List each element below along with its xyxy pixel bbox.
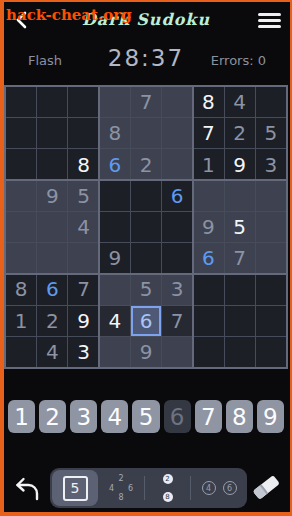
- cell-r7c4[interactable]: [100, 274, 130, 304]
- cell-digit: 7: [140, 92, 153, 112]
- numpad-key-7[interactable]: 7: [195, 400, 222, 433]
- cell-r9c8[interactable]: [225, 337, 255, 367]
- eraser-button[interactable]: [251, 475, 281, 503]
- cell-digit: 4: [77, 217, 90, 237]
- cell-r1c1[interactable]: [6, 87, 36, 117]
- cell-r4c2[interactable]: 9: [37, 181, 67, 211]
- cell-digit: 4: [46, 342, 59, 362]
- center-notes-icon: 2: [163, 474, 173, 484]
- undo-button[interactable]: [13, 474, 41, 508]
- cell-r8c4[interactable]: 4: [100, 306, 130, 336]
- cell-r8c8[interactable]: [225, 306, 255, 336]
- cell-r2c6[interactable]: [162, 118, 192, 148]
- cell-digit: 9: [108, 248, 121, 268]
- cell-r8c9[interactable]: [256, 306, 286, 336]
- cell-r1c7[interactable]: 8: [193, 87, 223, 117]
- cell-r9c1[interactable]: [6, 337, 36, 367]
- cell-digit: 7: [202, 123, 215, 143]
- cell-digit: 9: [202, 217, 215, 237]
- cell-r4c3[interactable]: 5: [68, 181, 98, 211]
- cell-r3c8[interactable]: 9: [225, 149, 255, 179]
- cell-digit: 9: [233, 155, 246, 175]
- cell-digit: 4: [108, 311, 121, 331]
- cell-r7c1[interactable]: 8: [6, 274, 36, 304]
- cell-digit: 5: [77, 186, 90, 206]
- cell-r5c9[interactable]: [256, 212, 286, 242]
- circled-digit-icon: 4: [202, 481, 216, 495]
- numpad-key-4[interactable]: 4: [101, 400, 128, 433]
- cell-r9c9[interactable]: [256, 337, 286, 367]
- cell-digit: 5: [233, 217, 246, 237]
- numpad-key-1[interactable]: 1: [8, 400, 35, 433]
- cell-r9c6[interactable]: [162, 337, 192, 367]
- cell-r5c1[interactable]: [6, 212, 36, 242]
- cell-r1c6[interactable]: [162, 87, 192, 117]
- cell-r3c6[interactable]: [162, 149, 192, 179]
- cell-r2c2[interactable]: [37, 118, 67, 148]
- cell-digit: 3: [171, 279, 184, 299]
- watermark-text: hack-cheat.org: [6, 6, 132, 24]
- cell-digit: 6: [202, 248, 215, 268]
- numpad-key-8[interactable]: 8: [226, 400, 253, 433]
- cell-r3c4[interactable]: 6: [100, 149, 130, 179]
- cell-r5c5[interactable]: [131, 212, 161, 242]
- cell-r1c4[interactable]: [100, 87, 130, 117]
- cell-r9c3[interactable]: 3: [68, 337, 98, 367]
- cell-r8c2[interactable]: 2: [37, 306, 67, 336]
- cell-r2c9[interactable]: 5: [256, 118, 286, 148]
- cell-digit: 9: [77, 311, 90, 331]
- cell-digit: 8: [202, 92, 215, 112]
- sudoku-board: 784872586219395649596786753129467439: [4, 85, 288, 369]
- cell-digit: 6: [46, 279, 59, 299]
- numpad-key-5[interactable]: 5: [132, 400, 159, 433]
- cell-r2c5[interactable]: [131, 118, 161, 148]
- cell-r4c6[interactable]: 6: [162, 181, 192, 211]
- cell-r9c7[interactable]: [193, 337, 223, 367]
- cell-r7c2[interactable]: 6: [37, 274, 67, 304]
- number-mode-button[interactable]: 5: [52, 470, 98, 506]
- cell-digit: 6: [140, 311, 153, 331]
- cell-r4c4[interactable]: [100, 181, 130, 211]
- cell-digit: 3: [265, 155, 278, 175]
- cell-r1c5[interactable]: 7: [131, 87, 161, 117]
- cell-digit: 6: [171, 186, 184, 206]
- number-mode-icon: 5: [63, 476, 88, 501]
- cell-r6c9[interactable]: [256, 243, 286, 273]
- cell-r2c4[interactable]: 8: [100, 118, 130, 148]
- cell-r6c1[interactable]: [6, 243, 36, 273]
- bottom-toolbar: 5 2 4 6 8 2 8 4 6: [0, 467, 292, 511]
- cell-r3c9[interactable]: 3: [256, 149, 286, 179]
- undo-arrow-icon: [13, 489, 41, 508]
- cell-r2c7[interactable]: 7: [193, 118, 223, 148]
- cell-r6c4[interactable]: 9: [100, 243, 130, 273]
- cell-r3c3[interactable]: 8: [68, 149, 98, 179]
- cell-r5c7[interactable]: 9: [193, 212, 223, 242]
- cell-r4c9[interactable]: [256, 181, 286, 211]
- cell-r9c2[interactable]: 4: [37, 337, 67, 367]
- hamburger-icon: [258, 13, 281, 16]
- number-pad: 123456789: [8, 400, 284, 433]
- cell-r4c7[interactable]: [193, 181, 223, 211]
- numpad-key-2[interactable]: 2: [39, 400, 66, 433]
- center-notes-button[interactable]: 2 8: [145, 470, 190, 506]
- cell-digit: 1: [15, 311, 28, 331]
- menu-button[interactable]: [258, 13, 281, 31]
- cell-r2c1[interactable]: [6, 118, 36, 148]
- cell-r1c8[interactable]: 4: [225, 87, 255, 117]
- cell-r5c4[interactable]: [100, 212, 130, 242]
- cell-digit: 5: [265, 123, 278, 143]
- eraser-icon: [251, 484, 281, 503]
- cell-digit: 1: [202, 155, 215, 175]
- circled-digits-button[interactable]: 4 6: [191, 481, 247, 495]
- cell-r6c6[interactable]: [162, 243, 192, 273]
- cell-digit: 8: [108, 123, 121, 143]
- cell-r6c5[interactable]: [131, 243, 161, 273]
- cell-r1c2[interactable]: [37, 87, 67, 117]
- cell-digit: 2: [140, 155, 153, 175]
- cell-r3c5[interactable]: 2: [131, 149, 161, 179]
- cell-r2c8[interactable]: 2: [225, 118, 255, 148]
- cell-r9c5[interactable]: 9: [131, 337, 161, 367]
- cell-digit: 4: [233, 92, 246, 112]
- cell-digit: 3: [77, 342, 90, 362]
- cell-r5c3[interactable]: 4: [68, 212, 98, 242]
- cell-r4c1[interactable]: [6, 181, 36, 211]
- cell-r3c7[interactable]: 1: [193, 149, 223, 179]
- cell-r5c8[interactable]: 5: [225, 212, 255, 242]
- cell-digit: 8: [15, 279, 28, 299]
- cell-digit: 9: [46, 186, 59, 206]
- corner-notes-button[interactable]: 2 4 6 8: [98, 470, 144, 506]
- cell-r1c3[interactable]: [68, 87, 98, 117]
- cell-digit: 5: [140, 279, 153, 299]
- cell-r2c3[interactable]: [68, 118, 98, 148]
- cell-r7c6[interactable]: 3: [162, 274, 192, 304]
- cell-r9c4[interactable]: [100, 337, 130, 367]
- cell-digit: 8: [77, 155, 90, 175]
- corner-notes-icon: 2: [98, 474, 144, 483]
- cell-r4c5[interactable]: [131, 181, 161, 211]
- cell-r7c7[interactable]: [193, 274, 223, 304]
- cell-r7c3[interactable]: 7: [68, 274, 98, 304]
- cell-r5c6[interactable]: [162, 212, 192, 242]
- cell-r6c7[interactable]: 6: [193, 243, 223, 273]
- cell-r8c1[interactable]: 1: [6, 306, 36, 336]
- cell-r8c6[interactable]: 7: [162, 306, 192, 336]
- errors-counter: Errors: 0: [211, 53, 266, 68]
- cell-r1c9[interactable]: [256, 87, 286, 117]
- numpad-key-6[interactable]: 6: [164, 400, 191, 433]
- numpad-key-9[interactable]: 9: [257, 400, 284, 433]
- cell-r5c2[interactable]: [37, 212, 67, 242]
- cell-digit: 7: [233, 248, 246, 268]
- cell-r6c8[interactable]: 7: [225, 243, 255, 273]
- cell-r8c7[interactable]: [193, 306, 223, 336]
- app-screen: hack-cheat.org Dark Sudoku Flash 28:37 E…: [0, 0, 292, 516]
- cell-r6c2[interactable]: [37, 243, 67, 273]
- cell-digit: 6: [108, 155, 121, 175]
- cell-r6c3[interactable]: [68, 243, 98, 273]
- cell-digit: 2: [233, 123, 246, 143]
- cell-r8c5[interactable]: 6: [131, 306, 161, 336]
- cell-r4c8[interactable]: [225, 181, 255, 211]
- cell-r3c1[interactable]: [6, 149, 36, 179]
- cell-r7c8[interactable]: [225, 274, 255, 304]
- cell-r8c3[interactable]: 9: [68, 306, 98, 336]
- cell-digit: 7: [171, 311, 184, 331]
- input-mode-panel: 5 2 4 6 8 2 8 4 6: [50, 468, 247, 508]
- cell-digit: 2: [46, 311, 59, 331]
- cell-r3c2[interactable]: [37, 149, 67, 179]
- cell-r7c5[interactable]: 5: [131, 274, 161, 304]
- cell-digit: 9: [140, 342, 153, 362]
- cell-r7c9[interactable]: [256, 274, 286, 304]
- numpad-key-3[interactable]: 3: [70, 400, 97, 433]
- cell-digit: 7: [77, 279, 90, 299]
